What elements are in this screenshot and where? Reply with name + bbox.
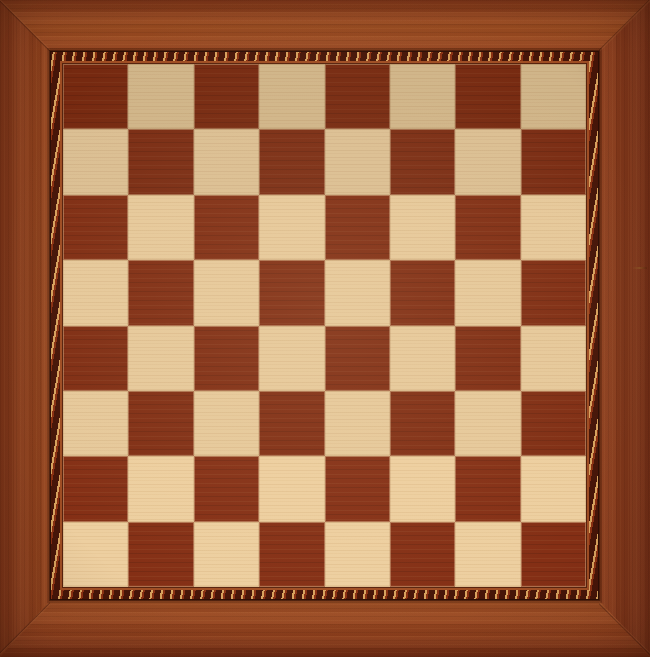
square-d2[interactable] [259, 456, 324, 521]
square-g2[interactable] [455, 456, 520, 521]
square-c7[interactable] [194, 129, 259, 194]
square-e6[interactable] [325, 195, 390, 260]
square-b5[interactable] [128, 260, 193, 325]
chess-board-grid [62, 63, 587, 588]
square-b4[interactable] [128, 326, 193, 391]
chessboard-photo [0, 0, 650, 657]
square-a3[interactable] [63, 391, 128, 456]
square-c2[interactable] [194, 456, 259, 521]
square-e1[interactable] [325, 522, 390, 587]
square-g7[interactable] [455, 129, 520, 194]
square-b6[interactable] [128, 195, 193, 260]
square-b3[interactable] [128, 391, 193, 456]
square-g5[interactable] [455, 260, 520, 325]
square-f8[interactable] [390, 64, 455, 129]
square-b1[interactable] [128, 522, 193, 587]
square-a7[interactable] [63, 129, 128, 194]
square-h4[interactable] [521, 326, 586, 391]
square-d1[interactable] [259, 522, 324, 587]
square-f5[interactable] [390, 260, 455, 325]
square-a8[interactable] [63, 64, 128, 129]
square-c5[interactable] [194, 260, 259, 325]
square-f7[interactable] [390, 129, 455, 194]
frame-top-rail [0, 0, 650, 51]
square-h2[interactable] [521, 456, 586, 521]
square-h1[interactable] [521, 522, 586, 587]
square-f6[interactable] [390, 195, 455, 260]
square-g1[interactable] [455, 522, 520, 587]
square-g6[interactable] [455, 195, 520, 260]
frame-bottom-rail [0, 600, 650, 657]
wood-scratch-mark [632, 267, 647, 269]
square-h7[interactable] [521, 129, 586, 194]
square-h6[interactable] [521, 195, 586, 260]
square-f4[interactable] [390, 326, 455, 391]
square-e8[interactable] [325, 64, 390, 129]
square-c6[interactable] [194, 195, 259, 260]
square-e5[interactable] [325, 260, 390, 325]
square-f3[interactable] [390, 391, 455, 456]
square-d8[interactable] [259, 64, 324, 129]
square-h3[interactable] [521, 391, 586, 456]
square-e3[interactable] [325, 391, 390, 456]
square-b7[interactable] [128, 129, 193, 194]
square-b8[interactable] [128, 64, 193, 129]
square-g3[interactable] [455, 391, 520, 456]
square-d3[interactable] [259, 391, 324, 456]
square-b2[interactable] [128, 456, 193, 521]
square-f1[interactable] [390, 522, 455, 587]
square-e4[interactable] [325, 326, 390, 391]
square-e2[interactable] [325, 456, 390, 521]
square-g4[interactable] [455, 326, 520, 391]
square-f2[interactable] [390, 456, 455, 521]
square-a5[interactable] [63, 260, 128, 325]
square-a4[interactable] [63, 326, 128, 391]
square-c8[interactable] [194, 64, 259, 129]
square-d4[interactable] [259, 326, 324, 391]
board-mat [60, 61, 589, 590]
square-c1[interactable] [194, 522, 259, 587]
square-a1[interactable] [63, 522, 128, 587]
square-a6[interactable] [63, 195, 128, 260]
square-h8[interactable] [521, 64, 586, 129]
square-g8[interactable] [455, 64, 520, 129]
square-c4[interactable] [194, 326, 259, 391]
square-c3[interactable] [194, 391, 259, 456]
square-a2[interactable] [63, 456, 128, 521]
square-h5[interactable] [521, 260, 586, 325]
square-e7[interactable] [325, 129, 390, 194]
square-d7[interactable] [259, 129, 324, 194]
square-d6[interactable] [259, 195, 324, 260]
square-d5[interactable] [259, 260, 324, 325]
